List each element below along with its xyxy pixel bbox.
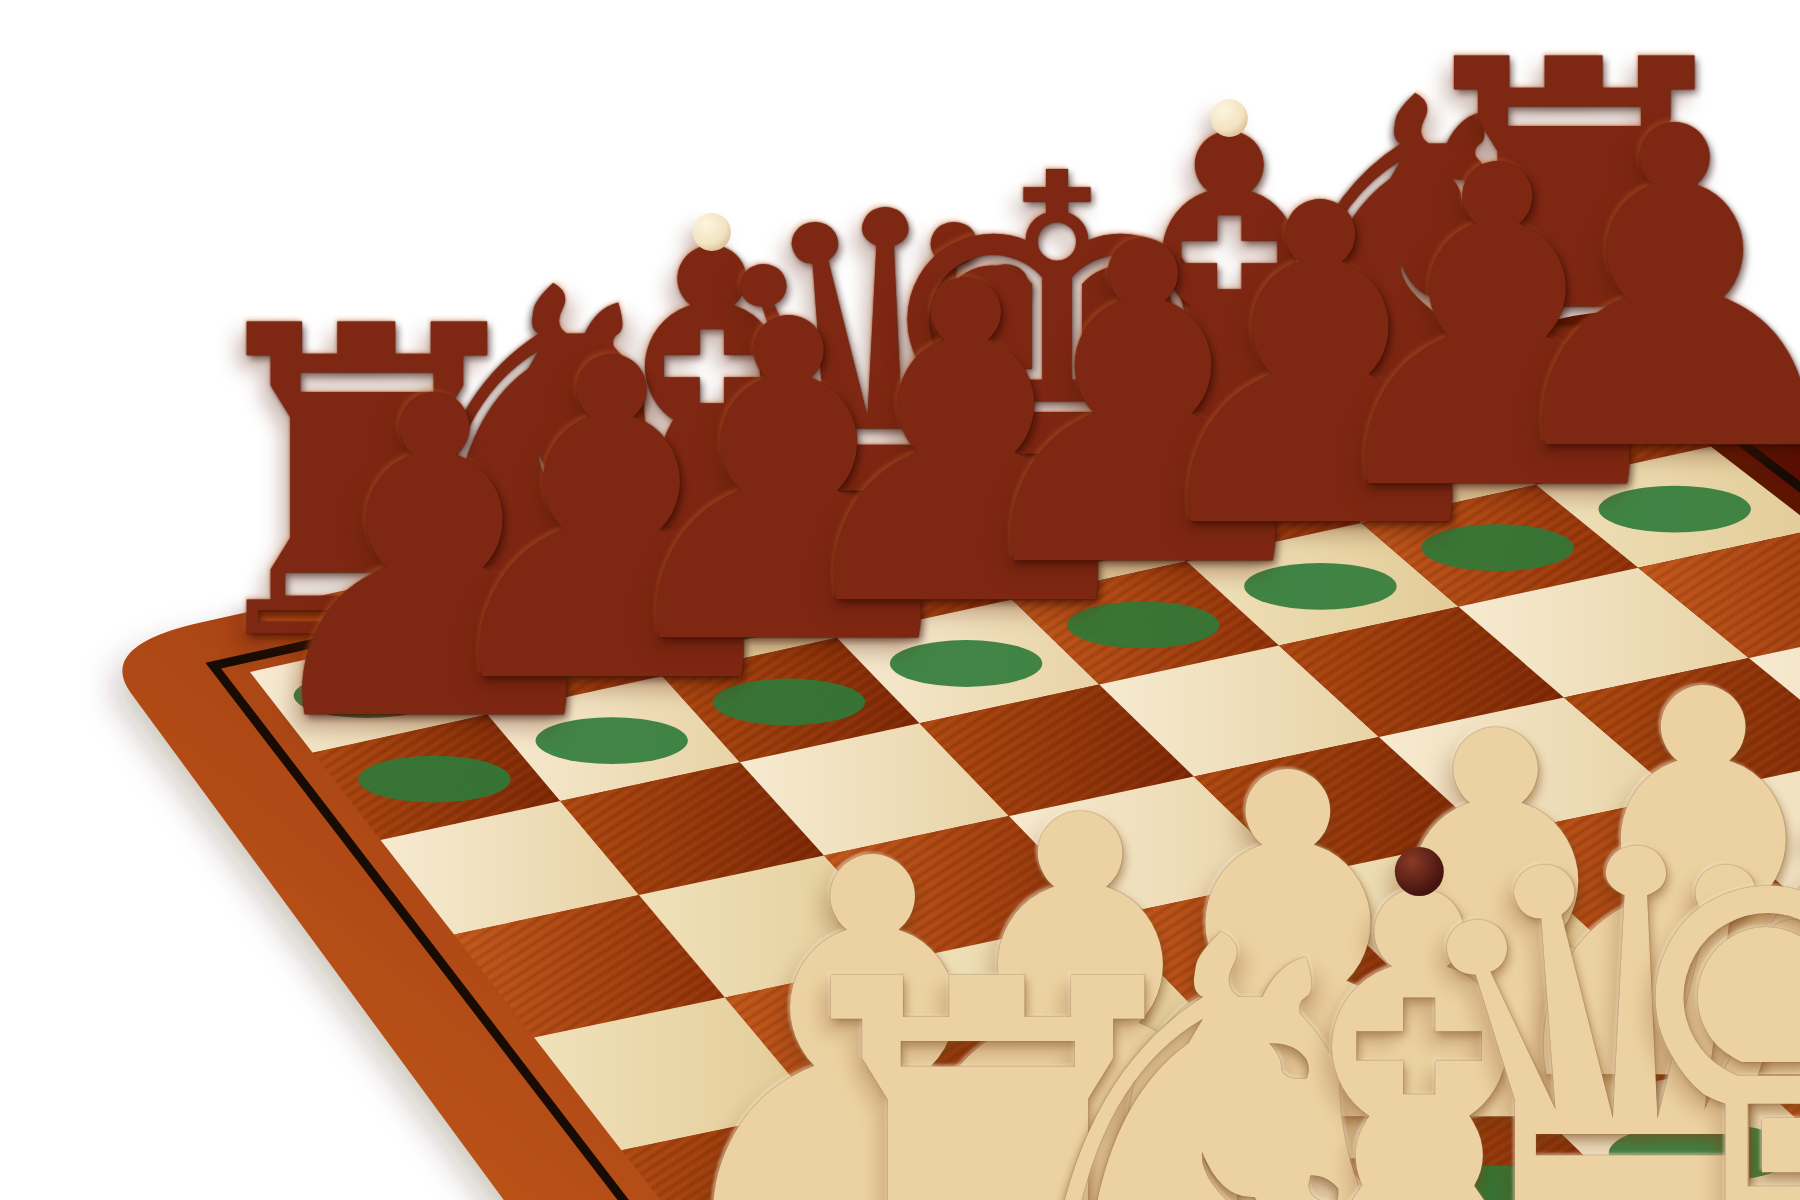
piece-dark-pawn-h7: ♟ — [1477, 71, 1800, 512]
piece-light-king-e1: ♚ — [1601, 737, 1800, 1200]
chess-set-photo-scene: ♜♞♝♛♚♝♞♜♟♟♟♟♟♟♟♟♟♟♟♟♟♟♟♟♜♞♝♛♚♝♞♜ — [0, 0, 1800, 1200]
chess-pieces-layer: ♜♞♝♛♚♝♞♜♟♟♟♟♟♟♟♟♟♟♟♟♟♟♟♟♜♞♝♛♚♝♞♜ — [0, 0, 1800, 1200]
